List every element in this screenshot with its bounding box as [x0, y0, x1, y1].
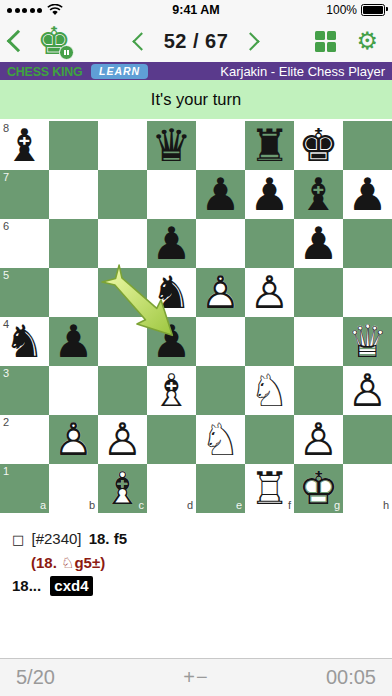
square-e3[interactable] — [196, 366, 245, 415]
brand-bar: CHESS KING LEARN Karjakin - Elite Chess … — [0, 62, 392, 80]
square-f3[interactable]: ♞♘ — [245, 366, 294, 415]
white-bishop: ♝♗ — [98, 464, 147, 513]
notation-line-reply: 18... cxd4 — [12, 575, 380, 597]
square-f1[interactable]: f♜♖ — [245, 464, 294, 513]
black-knight: ♞ — [0, 317, 49, 366]
eval-button[interactable]: +− — [0, 666, 392, 689]
square-a7[interactable]: 7 — [0, 170, 49, 219]
square-g2[interactable]: ♟♙ — [294, 415, 343, 464]
square-d1[interactable]: d — [147, 464, 196, 513]
square-e2[interactable]: ♞♘ — [196, 415, 245, 464]
battery-icon — [361, 4, 385, 17]
square-a8[interactable]: 8♝ — [0, 121, 49, 170]
rank-label: 7 — [3, 172, 9, 183]
square-g1[interactable]: g♚♔ — [294, 464, 343, 513]
notation-panel: □ [#2340] 18. f5 (18. ♘g5±) 18... cxd4 — [0, 513, 392, 658]
square-b8[interactable] — [49, 121, 98, 170]
white-rook: ♜♖ — [245, 464, 294, 513]
square-h5[interactable] — [343, 268, 392, 317]
position-counter: 52 / 67 — [164, 30, 229, 53]
settings-gear-icon[interactable]: ⚙ — [356, 29, 378, 53]
black-bishop: ♝ — [294, 170, 343, 219]
square-b3[interactable] — [49, 366, 98, 415]
white-queen: ♛♕ — [343, 317, 392, 366]
move-white[interactable]: 18. f5 — [89, 530, 127, 547]
square-c5[interactable] — [98, 268, 147, 317]
square-a2[interactable]: 2 — [0, 415, 49, 464]
black-rook: ♜ — [245, 121, 294, 170]
black-knight: ♞ — [147, 268, 196, 317]
grid-view-button[interactable] — [315, 31, 336, 52]
file-label: a — [40, 500, 46, 511]
white-king: ♚♔ — [294, 464, 343, 513]
square-d5[interactable]: ♞ — [147, 268, 196, 317]
turn-banner: It's your turn — [0, 80, 392, 119]
square-d6[interactable]: ♟ — [147, 219, 196, 268]
file-label: h — [383, 500, 389, 511]
white-pawn: ♟♙ — [49, 415, 98, 464]
square-g5[interactable] — [294, 268, 343, 317]
notation-line-main: □ [#2340] 18. f5 — [12, 528, 380, 551]
square-a5[interactable]: 5 — [0, 268, 49, 317]
rank-label: 6 — [3, 221, 9, 232]
move-black-number: 18... — [12, 577, 41, 594]
white-pawn: ♟♙ — [98, 415, 147, 464]
square-d3[interactable]: ♝♗ — [147, 366, 196, 415]
square-b6[interactable] — [49, 219, 98, 268]
next-position-button[interactable] — [242, 32, 260, 50]
square-c8[interactable] — [98, 121, 147, 170]
square-f5[interactable]: ♟♙ — [245, 268, 294, 317]
square-f7[interactable]: ♟ — [245, 170, 294, 219]
white-pawn: ♟♙ — [196, 268, 245, 317]
app-logo-icon[interactable]: ♚ — [34, 21, 74, 61]
course-title: Karjakin - Elite Chess Player — [220, 64, 385, 79]
file-label: d — [187, 500, 193, 511]
app-name: CHESS KING — [7, 64, 82, 79]
rank-label: 1 — [3, 466, 9, 477]
square-f8[interactable]: ♜ — [245, 121, 294, 170]
white-knight: ♞♘ — [196, 415, 245, 464]
rank-label: 3 — [3, 368, 9, 379]
pause-badge-icon — [59, 45, 74, 60]
square-g7[interactable]: ♝ — [294, 170, 343, 219]
white-pawn: ♟♙ — [294, 415, 343, 464]
square-f2[interactable] — [245, 415, 294, 464]
black-pawn: ♟ — [147, 219, 196, 268]
square-c2[interactable]: ♟♙ — [98, 415, 147, 464]
square-b4[interactable]: ♟ — [49, 317, 98, 366]
square-e7[interactable]: ♟ — [196, 170, 245, 219]
white-pawn: ♟♙ — [343, 366, 392, 415]
file-label: e — [236, 500, 242, 511]
exercise-id: [#2340] — [31, 530, 81, 547]
square-g6[interactable]: ♟ — [294, 219, 343, 268]
square-h8[interactable] — [343, 121, 392, 170]
square-b2[interactable]: ♟♙ — [49, 415, 98, 464]
square-e6[interactable] — [196, 219, 245, 268]
square-c1[interactable]: c♝♗ — [98, 464, 147, 513]
rank-label: 5 — [3, 270, 9, 281]
status-bar: 9:41 AM 100% — [0, 0, 392, 20]
black-pawn: ♟ — [49, 317, 98, 366]
square-a1[interactable]: 1a — [0, 464, 49, 513]
square-d8[interactable]: ♛ — [147, 121, 196, 170]
back-chevron-icon[interactable] — [7, 30, 30, 53]
white-bishop: ♝♗ — [147, 366, 196, 415]
square-c3[interactable] — [98, 366, 147, 415]
square-e1[interactable]: e — [196, 464, 245, 513]
square-b1[interactable]: b — [49, 464, 98, 513]
square-h2[interactable] — [343, 415, 392, 464]
board-area: 8♝♛♜♚7♟♟♝♟6♟♟5♞♟♙♟♙4♞♟♟♛♕3♝♗♞♘♟♙2♟♙♟♙♞♘♟… — [0, 121, 392, 513]
white-to-move-icon: □ — [12, 532, 24, 547]
black-pawn: ♟ — [147, 317, 196, 366]
square-e8[interactable] — [196, 121, 245, 170]
square-a6[interactable]: 6 — [0, 219, 49, 268]
black-pawn: ♟ — [343, 170, 392, 219]
square-f6[interactable] — [245, 219, 294, 268]
chess-board: 8♝♛♜♚7♟♟♝♟6♟♟5♞♟♙♟♙4♞♟♟♛♕3♝♗♞♘♟♙2♟♙♟♙♞♘♟… — [0, 121, 392, 513]
notation-line-variation: (18. ♘g5±) — [12, 552, 380, 574]
nav-bar: ♚ 52 / 67 ⚙ — [0, 20, 392, 62]
black-pawn: ♟ — [294, 219, 343, 268]
square-d7[interactable] — [147, 170, 196, 219]
square-g4[interactable] — [294, 317, 343, 366]
square-h6[interactable] — [343, 219, 392, 268]
clock-time: 9:41 AM — [0, 3, 392, 17]
square-d2[interactable] — [147, 415, 196, 464]
square-d4[interactable]: ♟ — [147, 317, 196, 366]
bottom-toolbar: 5/20 +− 00:05 — [0, 658, 392, 696]
square-a4[interactable]: 4♞ — [0, 317, 49, 366]
turn-banner-text: It's your turn — [151, 90, 241, 109]
square-c7[interactable] — [98, 170, 147, 219]
square-g3[interactable] — [294, 366, 343, 415]
black-pawn: ♟ — [196, 170, 245, 219]
black-pawn: ♟ — [245, 170, 294, 219]
learn-badge: LEARN — [91, 64, 148, 79]
black-queen: ♛ — [147, 121, 196, 170]
square-c6[interactable] — [98, 219, 147, 268]
square-g8[interactable]: ♚ — [294, 121, 343, 170]
square-h1[interactable]: h — [343, 464, 392, 513]
move-black-highlighted[interactable]: cxd4 — [50, 576, 92, 596]
square-e4[interactable] — [196, 317, 245, 366]
square-h3[interactable]: ♟♙ — [343, 366, 392, 415]
square-h7[interactable]: ♟ — [343, 170, 392, 219]
file-label: b — [89, 500, 95, 511]
square-b5[interactable] — [49, 268, 98, 317]
square-b7[interactable] — [49, 170, 98, 219]
white-knight: ♞♘ — [245, 366, 294, 415]
square-a3[interactable]: 3 — [0, 366, 49, 415]
square-c4[interactable] — [98, 317, 147, 366]
prev-position-button[interactable] — [132, 32, 150, 50]
square-h4[interactable]: ♛♕ — [343, 317, 392, 366]
rank-label: 2 — [3, 417, 9, 428]
square-e5[interactable]: ♟♙ — [196, 268, 245, 317]
black-king: ♚ — [294, 121, 343, 170]
black-bishop: ♝ — [0, 121, 49, 170]
white-pawn: ♟♙ — [245, 268, 294, 317]
move-variation[interactable]: (18. ♘g5±) — [31, 554, 105, 571]
square-f4[interactable] — [245, 317, 294, 366]
